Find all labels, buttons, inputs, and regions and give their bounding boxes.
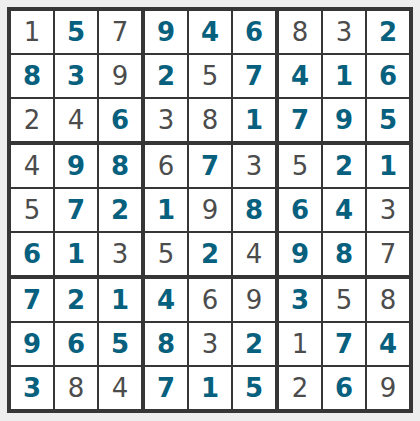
sudoku-cell-r1c5[interactable]: 4: [189, 11, 233, 55]
sudoku-cell-r4c8[interactable]: 2: [323, 145, 367, 189]
sudoku-cell-r7c7[interactable]: 3: [279, 279, 323, 323]
sudoku-cell-r3c5[interactable]: 8: [189, 99, 233, 145]
sudoku-cell-r8c3[interactable]: 5: [99, 323, 145, 367]
sudoku-cell-r8c4[interactable]: 8: [145, 323, 189, 367]
sudoku-cell-r2c2[interactable]: 3: [55, 55, 99, 99]
sudoku-cell-r2c7[interactable]: 4: [279, 55, 323, 99]
sudoku-cell-r3c6[interactable]: 1: [233, 99, 279, 145]
sudoku-cell-r8c9[interactable]: 4: [367, 323, 409, 367]
sudoku-cell-r1c6[interactable]: 6: [233, 11, 279, 55]
sudoku-cell-r4c5[interactable]: 7: [189, 145, 233, 189]
sudoku-cell-r4c3[interactable]: 8: [99, 145, 145, 189]
sudoku-cell-r8c2[interactable]: 6: [55, 323, 99, 367]
sudoku-cell-r9c5[interactable]: 1: [189, 367, 233, 409]
sudoku-cell-r5c2[interactable]: 7: [55, 189, 99, 233]
sudoku-cell-r2c1[interactable]: 8: [11, 55, 55, 99]
sudoku-cell-r5c6[interactable]: 8: [233, 189, 279, 233]
sudoku-cell-r1c8[interactable]: 3: [323, 11, 367, 55]
sudoku-cell-r2c4[interactable]: 2: [145, 55, 189, 99]
sudoku-cell-r7c3[interactable]: 1: [99, 279, 145, 323]
sudoku-cell-r1c9[interactable]: 2: [367, 11, 409, 55]
sudoku-cell-r8c1[interactable]: 9: [11, 323, 55, 367]
sudoku-cell-r2c9[interactable]: 6: [367, 55, 409, 99]
sudoku-cell-r5c9[interactable]: 3: [367, 189, 409, 233]
sudoku-cell-r7c8[interactable]: 5: [323, 279, 367, 323]
sudoku-cell-r3c8[interactable]: 9: [323, 99, 367, 145]
sudoku-cell-r2c8[interactable]: 1: [323, 55, 367, 99]
sudoku-cell-r9c2[interactable]: 8: [55, 367, 99, 409]
sudoku-cell-r5c8[interactable]: 4: [323, 189, 367, 233]
sudoku-cell-r5c4[interactable]: 1: [145, 189, 189, 233]
sudoku-cell-r4c6[interactable]: 3: [233, 145, 279, 189]
sudoku-cell-r4c1[interactable]: 4: [11, 145, 55, 189]
sudoku-cell-r9c9[interactable]: 9: [367, 367, 409, 409]
sudoku-cell-r8c5[interactable]: 3: [189, 323, 233, 367]
sudoku-cell-r1c7[interactable]: 8: [279, 11, 323, 55]
sudoku-cell-r3c1[interactable]: 2: [11, 99, 55, 145]
sudoku-cell-r1c1[interactable]: 1: [11, 11, 55, 55]
sudoku-cell-r6c4[interactable]: 5: [145, 233, 189, 279]
sudoku-cell-r5c1[interactable]: 5: [11, 189, 55, 233]
sudoku-board: 1579468328392574162463817954986735215721…: [7, 7, 413, 413]
sudoku-cell-r3c4[interactable]: 3: [145, 99, 189, 145]
sudoku-cell-r7c4[interactable]: 4: [145, 279, 189, 323]
sudoku-cell-r5c5[interactable]: 9: [189, 189, 233, 233]
sudoku-cell-r2c5[interactable]: 5: [189, 55, 233, 99]
sudoku-cell-r8c8[interactable]: 7: [323, 323, 367, 367]
sudoku-cell-r9c4[interactable]: 7: [145, 367, 189, 409]
sudoku-cell-r2c3[interactable]: 9: [99, 55, 145, 99]
sudoku-cell-r6c2[interactable]: 1: [55, 233, 99, 279]
sudoku-cell-r9c7[interactable]: 2: [279, 367, 323, 409]
sudoku-cell-r3c9[interactable]: 5: [367, 99, 409, 145]
sudoku-cell-r4c2[interactable]: 9: [55, 145, 99, 189]
sudoku-cell-r7c1[interactable]: 7: [11, 279, 55, 323]
page: 1579468328392574162463817954986735215721…: [0, 0, 420, 420]
sudoku-cell-r6c6[interactable]: 4: [233, 233, 279, 279]
sudoku-cell-r9c1[interactable]: 3: [11, 367, 55, 409]
sudoku-cell-r4c4[interactable]: 6: [145, 145, 189, 189]
sudoku-cell-r1c2[interactable]: 5: [55, 11, 99, 55]
sudoku-cell-r5c7[interactable]: 6: [279, 189, 323, 233]
sudoku-cell-r1c4[interactable]: 9: [145, 11, 189, 55]
sudoku-cell-r8c6[interactable]: 2: [233, 323, 279, 367]
sudoku-cell-r9c3[interactable]: 4: [99, 367, 145, 409]
sudoku-cell-r7c2[interactable]: 2: [55, 279, 99, 323]
sudoku-cell-r7c5[interactable]: 6: [189, 279, 233, 323]
sudoku-cell-r4c7[interactable]: 5: [279, 145, 323, 189]
sudoku-cell-r5c3[interactable]: 2: [99, 189, 145, 233]
sudoku-cell-r6c3[interactable]: 3: [99, 233, 145, 279]
sudoku-cell-r9c8[interactable]: 6: [323, 367, 367, 409]
sudoku-cell-r3c7[interactable]: 7: [279, 99, 323, 145]
sudoku-cell-r8c7[interactable]: 1: [279, 323, 323, 367]
sudoku-cell-r6c8[interactable]: 8: [323, 233, 367, 279]
sudoku-cell-r4c9[interactable]: 1: [367, 145, 409, 189]
sudoku-cell-r6c7[interactable]: 9: [279, 233, 323, 279]
sudoku-cell-r9c6[interactable]: 5: [233, 367, 279, 409]
sudoku-cell-r6c5[interactable]: 2: [189, 233, 233, 279]
sudoku-cell-r6c9[interactable]: 7: [367, 233, 409, 279]
sudoku-cell-r7c6[interactable]: 9: [233, 279, 279, 323]
sudoku-cell-r3c3[interactable]: 6: [99, 99, 145, 145]
sudoku-cell-r6c1[interactable]: 6: [11, 233, 55, 279]
sudoku-cell-r7c9[interactable]: 8: [367, 279, 409, 323]
sudoku-cell-r3c2[interactable]: 4: [55, 99, 99, 145]
sudoku-cell-r1c3[interactable]: 7: [99, 11, 145, 55]
sudoku-cell-r2c6[interactable]: 7: [233, 55, 279, 99]
